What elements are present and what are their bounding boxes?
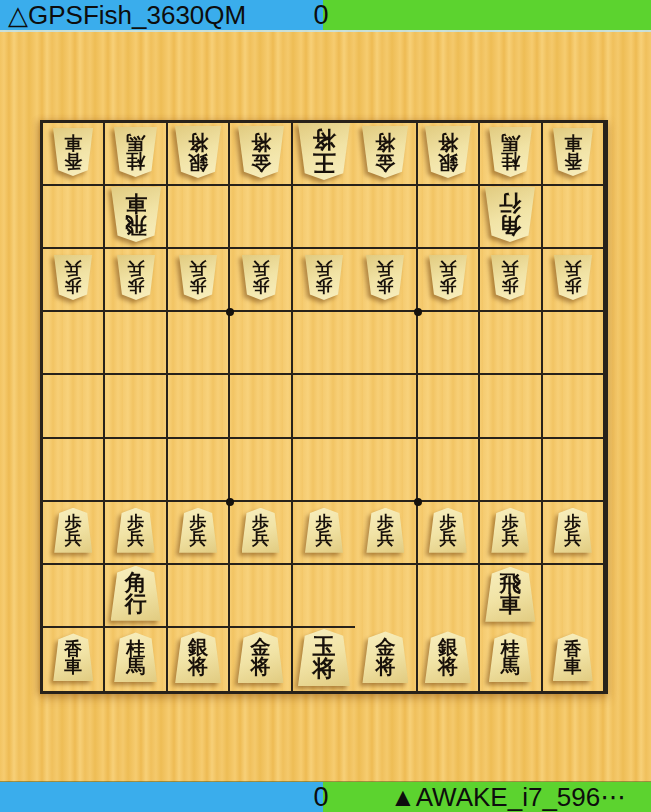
piece-sente-pawn[interactable]: 歩兵	[491, 508, 529, 553]
piece-kanji: 香	[64, 152, 82, 170]
square-1f[interactable]	[543, 439, 605, 502]
piece-kanji: 車	[499, 594, 521, 616]
square-9a[interactable]: 香車	[43, 123, 105, 186]
piece-kanji: 兵	[315, 530, 332, 547]
square-8h[interactable]: 角行	[105, 565, 167, 628]
piece-kanji: 車	[564, 657, 582, 675]
square-4b[interactable]	[355, 186, 417, 249]
piece-sente-pawn[interactable]: 歩兵	[54, 508, 92, 553]
piece-face: 歩兵	[117, 508, 155, 553]
piece-gote-gold[interactable]: 金将	[362, 126, 408, 178]
piece-kanji: 車	[564, 134, 582, 152]
square-1i[interactable]: 香車	[543, 628, 605, 691]
piece-kanji: 歩	[65, 514, 82, 531]
piece-gote-gold[interactable]: 金将	[238, 126, 284, 178]
square-5e[interactable]	[293, 375, 355, 438]
piece-gote-knight[interactable]: 桂馬	[114, 127, 157, 177]
piece-kanji: 歩	[564, 514, 581, 531]
piece-kanji: 歩	[315, 278, 332, 295]
square-7e[interactable]	[168, 375, 230, 438]
piece-face: 金将	[362, 631, 408, 683]
square-2h[interactable]: 飛車	[480, 565, 542, 628]
square-4f[interactable]	[355, 439, 417, 502]
top-bar-blue-area: △GPSFish_3630QM	[0, 0, 323, 30]
piece-kanji: 兵	[65, 530, 82, 547]
piece-kanji: 兵	[439, 530, 456, 547]
piece-kanji: 兵	[502, 530, 519, 547]
square-2f[interactable]	[480, 439, 542, 502]
piece-kanji: 兵	[377, 261, 394, 278]
piece-face: 角行	[485, 187, 535, 242]
square-1b[interactable]	[543, 186, 605, 249]
piece-gote-pawn[interactable]: 歩兵	[242, 255, 280, 300]
square-2g[interactable]: 歩兵	[480, 502, 542, 565]
square-4d[interactable]	[355, 312, 417, 375]
square-8b[interactable]: 飛車	[105, 186, 167, 249]
gote-player-name: △GPSFish_3630QM	[0, 0, 246, 30]
piece-kanji: 行	[125, 593, 147, 615]
piece-kanji: 将	[251, 132, 271, 152]
sente-clock: 0	[313, 782, 328, 812]
piece-kanji: 歩	[252, 514, 269, 531]
piece-kanji: 兵	[315, 261, 332, 278]
square-6h[interactable]	[230, 565, 292, 628]
square-7f[interactable]	[168, 439, 230, 502]
piece-sente-lance[interactable]: 香車	[53, 633, 93, 681]
piece-face: 飛車	[111, 187, 161, 242]
piece-sente-knight[interactable]: 桂馬	[489, 632, 532, 682]
piece-face: 歩兵	[242, 255, 280, 300]
piece-gote-silver[interactable]: 銀将	[175, 126, 221, 178]
piece-kanji: 香	[564, 152, 582, 170]
gote-clock: 0	[313, 0, 328, 30]
piece-face: 歩兵	[179, 508, 217, 553]
square-5a[interactable]: 王将	[293, 123, 355, 186]
piece-face: 飛車	[485, 567, 535, 622]
piece-kanji: 歩	[377, 514, 394, 531]
bottom-bar-blue-area	[0, 782, 323, 812]
square-6a[interactable]: 金将	[230, 123, 292, 186]
piece-kanji: 兵	[127, 261, 144, 278]
square-8i[interactable]: 桂馬	[105, 628, 167, 691]
square-2e[interactable]	[480, 375, 542, 438]
piece-face: 香車	[553, 128, 593, 176]
piece-face: 銀将	[425, 126, 471, 178]
piece-gote-pawn[interactable]: 歩兵	[305, 255, 343, 300]
piece-face: 歩兵	[179, 255, 217, 300]
piece-gote-silver[interactable]: 銀将	[425, 126, 471, 178]
piece-gote-rook[interactable]: 飛車	[111, 187, 161, 242]
piece-face: 王将	[298, 123, 350, 180]
piece-face: 香車	[53, 128, 93, 176]
piece-kanji: 馬	[501, 657, 520, 676]
piece-kanji: 車	[64, 134, 82, 152]
piece-face: 歩兵	[429, 508, 467, 553]
square-9g[interactable]: 歩兵	[43, 502, 105, 565]
star-point	[414, 498, 422, 506]
piece-gote-pawn[interactable]: 歩兵	[554, 255, 592, 300]
piece-kanji: 兵	[127, 530, 144, 547]
piece-gote-pawn[interactable]: 歩兵	[117, 255, 155, 300]
square-1a[interactable]: 香車	[543, 123, 605, 186]
square-5g[interactable]: 歩兵	[293, 502, 355, 565]
piece-gote-lance[interactable]: 香車	[553, 128, 593, 176]
square-2a[interactable]: 桂馬	[480, 123, 542, 186]
square-8a[interactable]: 桂馬	[105, 123, 167, 186]
piece-face: 角行	[111, 566, 161, 621]
piece-sente-knight[interactable]: 桂馬	[114, 632, 157, 682]
square-3b[interactable]	[418, 186, 480, 249]
piece-gote-pawn[interactable]: 歩兵	[429, 255, 467, 300]
square-3h[interactable]	[418, 565, 480, 628]
square-6e[interactable]	[230, 375, 292, 438]
piece-kanji: 角	[499, 215, 521, 237]
piece-face: 歩兵	[491, 255, 529, 300]
piece-face: 桂馬	[489, 632, 532, 682]
piece-kanji: 桂	[501, 152, 520, 171]
piece-sente-pawn[interactable]: 歩兵	[429, 508, 467, 553]
piece-sente-pawn[interactable]: 歩兵	[117, 508, 155, 553]
piece-sente-silver[interactable]: 銀将	[175, 631, 221, 683]
square-9c[interactable]: 歩兵	[43, 249, 105, 312]
square-3g[interactable]: 歩兵	[418, 502, 480, 565]
square-2b[interactable]: 角行	[480, 186, 542, 249]
piece-kanji: 将	[375, 132, 395, 152]
piece-sente-king[interactable]: 玉将	[298, 629, 350, 686]
square-6g[interactable]: 歩兵	[230, 502, 292, 565]
piece-kanji: 車	[64, 657, 82, 675]
piece-kanji: 歩	[65, 278, 82, 295]
square-4a[interactable]: 金将	[355, 123, 417, 186]
piece-kanji: 歩	[439, 514, 456, 531]
piece-kanji: 歩	[252, 278, 269, 295]
square-8g[interactable]: 歩兵	[105, 502, 167, 565]
piece-face: 香車	[553, 633, 593, 681]
piece-face: 歩兵	[54, 255, 92, 300]
piece-kanji: 王	[312, 152, 335, 175]
piece-kanji: 歩	[190, 514, 207, 531]
piece-face: 銀将	[425, 631, 471, 683]
piece-face: 桂馬	[114, 632, 157, 682]
piece-kanji: 馬	[126, 657, 145, 676]
piece-face: 銀将	[175, 126, 221, 178]
piece-kanji: 歩	[190, 278, 207, 295]
piece-face: 歩兵	[366, 508, 404, 553]
piece-kanji: 将	[188, 132, 208, 152]
square-7i[interactable]: 銀将	[168, 628, 230, 691]
piece-sente-silver[interactable]: 銀将	[425, 631, 471, 683]
shogi-board: 香車桂馬銀将金将王将金将銀将桂馬香車飛車角行歩兵歩兵歩兵歩兵歩兵歩兵歩兵歩兵歩兵…	[40, 120, 608, 694]
square-7h[interactable]	[168, 565, 230, 628]
square-8d[interactable]	[105, 312, 167, 375]
piece-face: 歩兵	[366, 255, 404, 300]
square-3d[interactable]	[418, 312, 480, 375]
bottom-bar-green-area: ▲AWAKE_i7_596⋯	[323, 782, 651, 812]
piece-kanji: 将	[375, 657, 395, 677]
square-3c[interactable]: 歩兵	[418, 249, 480, 312]
square-5f[interactable]	[293, 439, 355, 502]
piece-kanji: 兵	[564, 530, 581, 547]
square-5c[interactable]: 歩兵	[293, 249, 355, 312]
piece-gote-pawn[interactable]: 歩兵	[491, 255, 529, 300]
square-2c[interactable]: 歩兵	[480, 249, 542, 312]
piece-face: 桂馬	[114, 127, 157, 177]
piece-sente-pawn[interactable]: 歩兵	[305, 508, 343, 553]
bottom-bar: ▲AWAKE_i7_596⋯ 0	[0, 781, 651, 812]
star-point	[414, 308, 422, 316]
piece-kanji: 将	[188, 657, 208, 677]
square-1d[interactable]	[543, 312, 605, 375]
square-9e[interactable]	[43, 375, 105, 438]
piece-gote-pawn[interactable]: 歩兵	[179, 255, 217, 300]
square-4c[interactable]: 歩兵	[355, 249, 417, 312]
piece-kanji: 兵	[377, 530, 394, 547]
piece-face: 金将	[238, 126, 284, 178]
piece-face: 歩兵	[117, 255, 155, 300]
square-7b[interactable]	[168, 186, 230, 249]
square-9b[interactable]	[43, 186, 105, 249]
piece-face: 歩兵	[242, 508, 280, 553]
square-6f[interactable]	[230, 439, 292, 502]
top-bar-green-area	[323, 0, 651, 30]
square-9h[interactable]	[43, 565, 105, 628]
square-1h[interactable]	[543, 565, 605, 628]
square-3e[interactable]	[418, 375, 480, 438]
piece-face: 歩兵	[305, 508, 343, 553]
square-4h[interactable]	[355, 565, 417, 628]
square-7g[interactable]: 歩兵	[168, 502, 230, 565]
piece-kanji: 兵	[65, 261, 82, 278]
piece-kanji: 歩	[564, 278, 581, 295]
piece-kanji: 将	[312, 657, 335, 680]
square-6d[interactable]	[230, 312, 292, 375]
piece-face: 歩兵	[554, 508, 592, 553]
square-8e[interactable]	[105, 375, 167, 438]
piece-kanji: 飛	[125, 215, 147, 237]
piece-face: 歩兵	[429, 255, 467, 300]
piece-kanji: 兵	[190, 530, 207, 547]
square-3f[interactable]	[418, 439, 480, 502]
piece-kanji: 桂	[126, 152, 145, 171]
piece-face: 金将	[238, 631, 284, 683]
square-5h[interactable]	[293, 565, 355, 628]
piece-kanji: 歩	[127, 278, 144, 295]
piece-gote-knight[interactable]: 桂馬	[489, 127, 532, 177]
piece-kanji: 歩	[315, 514, 332, 531]
square-1c[interactable]: 歩兵	[543, 249, 605, 312]
square-6b[interactable]	[230, 186, 292, 249]
piece-kanji: 歩	[502, 514, 519, 531]
piece-sente-gold[interactable]: 金将	[238, 631, 284, 683]
piece-kanji: 兵	[190, 261, 207, 278]
piece-kanji: 兵	[564, 261, 581, 278]
piece-kanji: 歩	[127, 514, 144, 531]
piece-face: 歩兵	[554, 255, 592, 300]
square-8f[interactable]	[105, 439, 167, 502]
square-1g[interactable]: 歩兵	[543, 502, 605, 565]
piece-face: 玉将	[298, 629, 350, 686]
piece-sente-pawn[interactable]: 歩兵	[366, 508, 404, 553]
piece-face: 歩兵	[54, 508, 92, 553]
piece-kanji: 兵	[252, 261, 269, 278]
piece-sente-bishop[interactable]: 角行	[111, 566, 161, 621]
square-8c[interactable]: 歩兵	[105, 249, 167, 312]
piece-kanji: 行	[499, 193, 521, 215]
piece-sente-rook[interactable]: 飛車	[485, 567, 535, 622]
piece-kanji: 将	[438, 132, 458, 152]
piece-kanji: 馬	[126, 133, 145, 152]
piece-sente-gold[interactable]: 金将	[362, 631, 408, 683]
square-4g[interactable]: 歩兵	[355, 502, 417, 565]
piece-gote-king[interactable]: 王将	[298, 123, 350, 180]
piece-gote-lance[interactable]: 香車	[53, 128, 93, 176]
square-6i[interactable]: 金将	[230, 628, 292, 691]
piece-kanji: 兵	[502, 261, 519, 278]
square-9i[interactable]: 香車	[43, 628, 105, 691]
piece-kanji: 将	[312, 129, 335, 152]
piece-gote-pawn[interactable]: 歩兵	[366, 255, 404, 300]
piece-face: 歩兵	[491, 508, 529, 553]
square-4e[interactable]	[355, 375, 417, 438]
square-5b[interactable]	[293, 186, 355, 249]
piece-face: 桂馬	[489, 127, 532, 177]
top-bar: △GPSFish_3630QM 0	[0, 0, 651, 32]
square-5d[interactable]	[293, 312, 355, 375]
piece-kanji: 歩	[377, 278, 394, 295]
piece-face: 歩兵	[305, 255, 343, 300]
square-7c[interactable]: 歩兵	[168, 249, 230, 312]
piece-kanji: 車	[125, 193, 147, 215]
star-point	[226, 308, 234, 316]
piece-face: 銀将	[175, 631, 221, 683]
piece-kanji: 将	[438, 657, 458, 677]
star-point	[226, 498, 234, 506]
piece-kanji: 歩	[502, 278, 519, 295]
square-1e[interactable]	[543, 375, 605, 438]
piece-sente-pawn[interactable]: 歩兵	[179, 508, 217, 553]
piece-kanji: 兵	[439, 261, 456, 278]
piece-face: 金将	[362, 126, 408, 178]
square-9d[interactable]	[43, 312, 105, 375]
piece-gote-pawn[interactable]: 歩兵	[54, 255, 92, 300]
square-7a[interactable]: 銀将	[168, 123, 230, 186]
piece-kanji: 将	[251, 657, 271, 677]
piece-kanji: 馬	[501, 133, 520, 152]
piece-sente-lance[interactable]: 香車	[553, 633, 593, 681]
piece-gote-bishop[interactable]: 角行	[485, 187, 535, 242]
sente-player-name: ▲AWAKE_i7_596⋯	[323, 782, 626, 812]
square-9f[interactable]	[43, 439, 105, 502]
square-3i[interactable]: 銀将	[418, 628, 480, 691]
square-6c[interactable]: 歩兵	[230, 249, 292, 312]
piece-sente-pawn[interactable]: 歩兵	[554, 508, 592, 553]
square-5i[interactable]: 玉将	[293, 628, 355, 691]
piece-sente-pawn[interactable]: 歩兵	[242, 508, 280, 553]
piece-kanji: 兵	[252, 530, 269, 547]
square-4i[interactable]: 金将	[355, 628, 417, 691]
square-3a[interactable]: 銀将	[418, 123, 480, 186]
square-7d[interactable]	[168, 312, 230, 375]
square-2i[interactable]: 桂馬	[480, 628, 542, 691]
square-2d[interactable]	[480, 312, 542, 375]
piece-face: 香車	[53, 633, 93, 681]
piece-kanji: 歩	[439, 278, 456, 295]
